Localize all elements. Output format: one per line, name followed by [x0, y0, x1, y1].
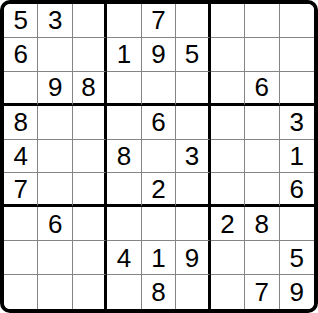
cell-r1c6[interactable] — [176, 4, 210, 38]
cell-r2c7[interactable] — [211, 38, 245, 72]
cell-r3c1[interactable] — [4, 72, 38, 106]
cell-r9c3[interactable] — [73, 275, 107, 309]
cell-r1c5[interactable]: 7 — [142, 4, 176, 38]
cell-r9c7[interactable] — [211, 275, 245, 309]
cell-r1c7[interactable] — [211, 4, 245, 38]
cell-r4c1[interactable]: 8 — [4, 106, 38, 140]
cell-r8c3[interactable] — [73, 241, 107, 275]
cell-r5c3[interactable] — [73, 140, 107, 174]
cell-r6c3[interactable] — [73, 173, 107, 207]
cell-r1c3[interactable] — [73, 4, 107, 38]
cell-r4c3[interactable] — [73, 106, 107, 140]
cell-r8c8[interactable] — [245, 241, 279, 275]
cell-r1c2[interactable]: 3 — [38, 4, 72, 38]
cell-r3c8[interactable]: 6 — [245, 72, 279, 106]
cell-r2c2[interactable] — [38, 38, 72, 72]
sudoku-board: 537619598686348317266284195879 — [0, 0, 318, 313]
cell-r5c1[interactable]: 4 — [4, 140, 38, 174]
cell-r3c6[interactable] — [176, 72, 210, 106]
cell-r4c5[interactable]: 6 — [142, 106, 176, 140]
cell-r7c4[interactable] — [107, 207, 141, 241]
cell-r2c8[interactable] — [245, 38, 279, 72]
cell-r9c8[interactable]: 7 — [245, 275, 279, 309]
cell-r2c3[interactable] — [73, 38, 107, 72]
cell-r8c5[interactable]: 1 — [142, 241, 176, 275]
cell-r9c9[interactable]: 9 — [280, 275, 314, 309]
cell-r6c8[interactable] — [245, 173, 279, 207]
cell-r7c6[interactable] — [176, 207, 210, 241]
cell-r7c2[interactable]: 6 — [38, 207, 72, 241]
cell-r3c5[interactable] — [142, 72, 176, 106]
cell-r6c7[interactable] — [211, 173, 245, 207]
cell-r6c4[interactable] — [107, 173, 141, 207]
cell-r8c1[interactable] — [4, 241, 38, 275]
cell-r9c5[interactable]: 8 — [142, 275, 176, 309]
cell-r4c9[interactable]: 3 — [280, 106, 314, 140]
cell-r9c6[interactable] — [176, 275, 210, 309]
cell-r4c2[interactable] — [38, 106, 72, 140]
cell-r6c2[interactable] — [38, 173, 72, 207]
cell-r4c6[interactable] — [176, 106, 210, 140]
cell-r1c8[interactable] — [245, 4, 279, 38]
cell-r6c5[interactable]: 2 — [142, 173, 176, 207]
cell-r2c9[interactable] — [280, 38, 314, 72]
cell-r6c9[interactable]: 6 — [280, 173, 314, 207]
cell-r3c7[interactable] — [211, 72, 245, 106]
cell-r3c4[interactable] — [107, 72, 141, 106]
cell-r8c9[interactable]: 5 — [280, 241, 314, 275]
cell-r4c7[interactable] — [211, 106, 245, 140]
cell-r1c9[interactable] — [280, 4, 314, 38]
cell-r7c1[interactable] — [4, 207, 38, 241]
cell-r5c8[interactable] — [245, 140, 279, 174]
cell-r9c2[interactable] — [38, 275, 72, 309]
cell-r7c5[interactable] — [142, 207, 176, 241]
cell-r8c6[interactable]: 9 — [176, 241, 210, 275]
cell-r8c7[interactable] — [211, 241, 245, 275]
cell-r9c1[interactable] — [4, 275, 38, 309]
cell-r5c9[interactable]: 1 — [280, 140, 314, 174]
cell-r5c2[interactable] — [38, 140, 72, 174]
cell-r7c3[interactable] — [73, 207, 107, 241]
cell-r1c1[interactable]: 5 — [4, 4, 38, 38]
cell-r7c7[interactable]: 2 — [211, 207, 245, 241]
cell-r7c9[interactable] — [280, 207, 314, 241]
cell-r6c6[interactable] — [176, 173, 210, 207]
cell-r4c4[interactable] — [107, 106, 141, 140]
cell-r6c1[interactable]: 7 — [4, 173, 38, 207]
cell-r3c3[interactable]: 8 — [73, 72, 107, 106]
cell-r3c9[interactable] — [280, 72, 314, 106]
cell-r3c2[interactable]: 9 — [38, 72, 72, 106]
cell-r2c6[interactable]: 5 — [176, 38, 210, 72]
cell-r5c7[interactable] — [211, 140, 245, 174]
cell-r5c6[interactable]: 3 — [176, 140, 210, 174]
cell-r2c5[interactable]: 9 — [142, 38, 176, 72]
cell-r1c4[interactable] — [107, 4, 141, 38]
cell-r9c4[interactable] — [107, 275, 141, 309]
cell-r5c5[interactable] — [142, 140, 176, 174]
cell-r2c1[interactable]: 6 — [4, 38, 38, 72]
cell-r8c2[interactable] — [38, 241, 72, 275]
cell-r8c4[interactable]: 4 — [107, 241, 141, 275]
cell-r4c8[interactable] — [245, 106, 279, 140]
cell-r2c4[interactable]: 1 — [107, 38, 141, 72]
cell-r7c8[interactable]: 8 — [245, 207, 279, 241]
cell-r5c4[interactable]: 8 — [107, 140, 141, 174]
